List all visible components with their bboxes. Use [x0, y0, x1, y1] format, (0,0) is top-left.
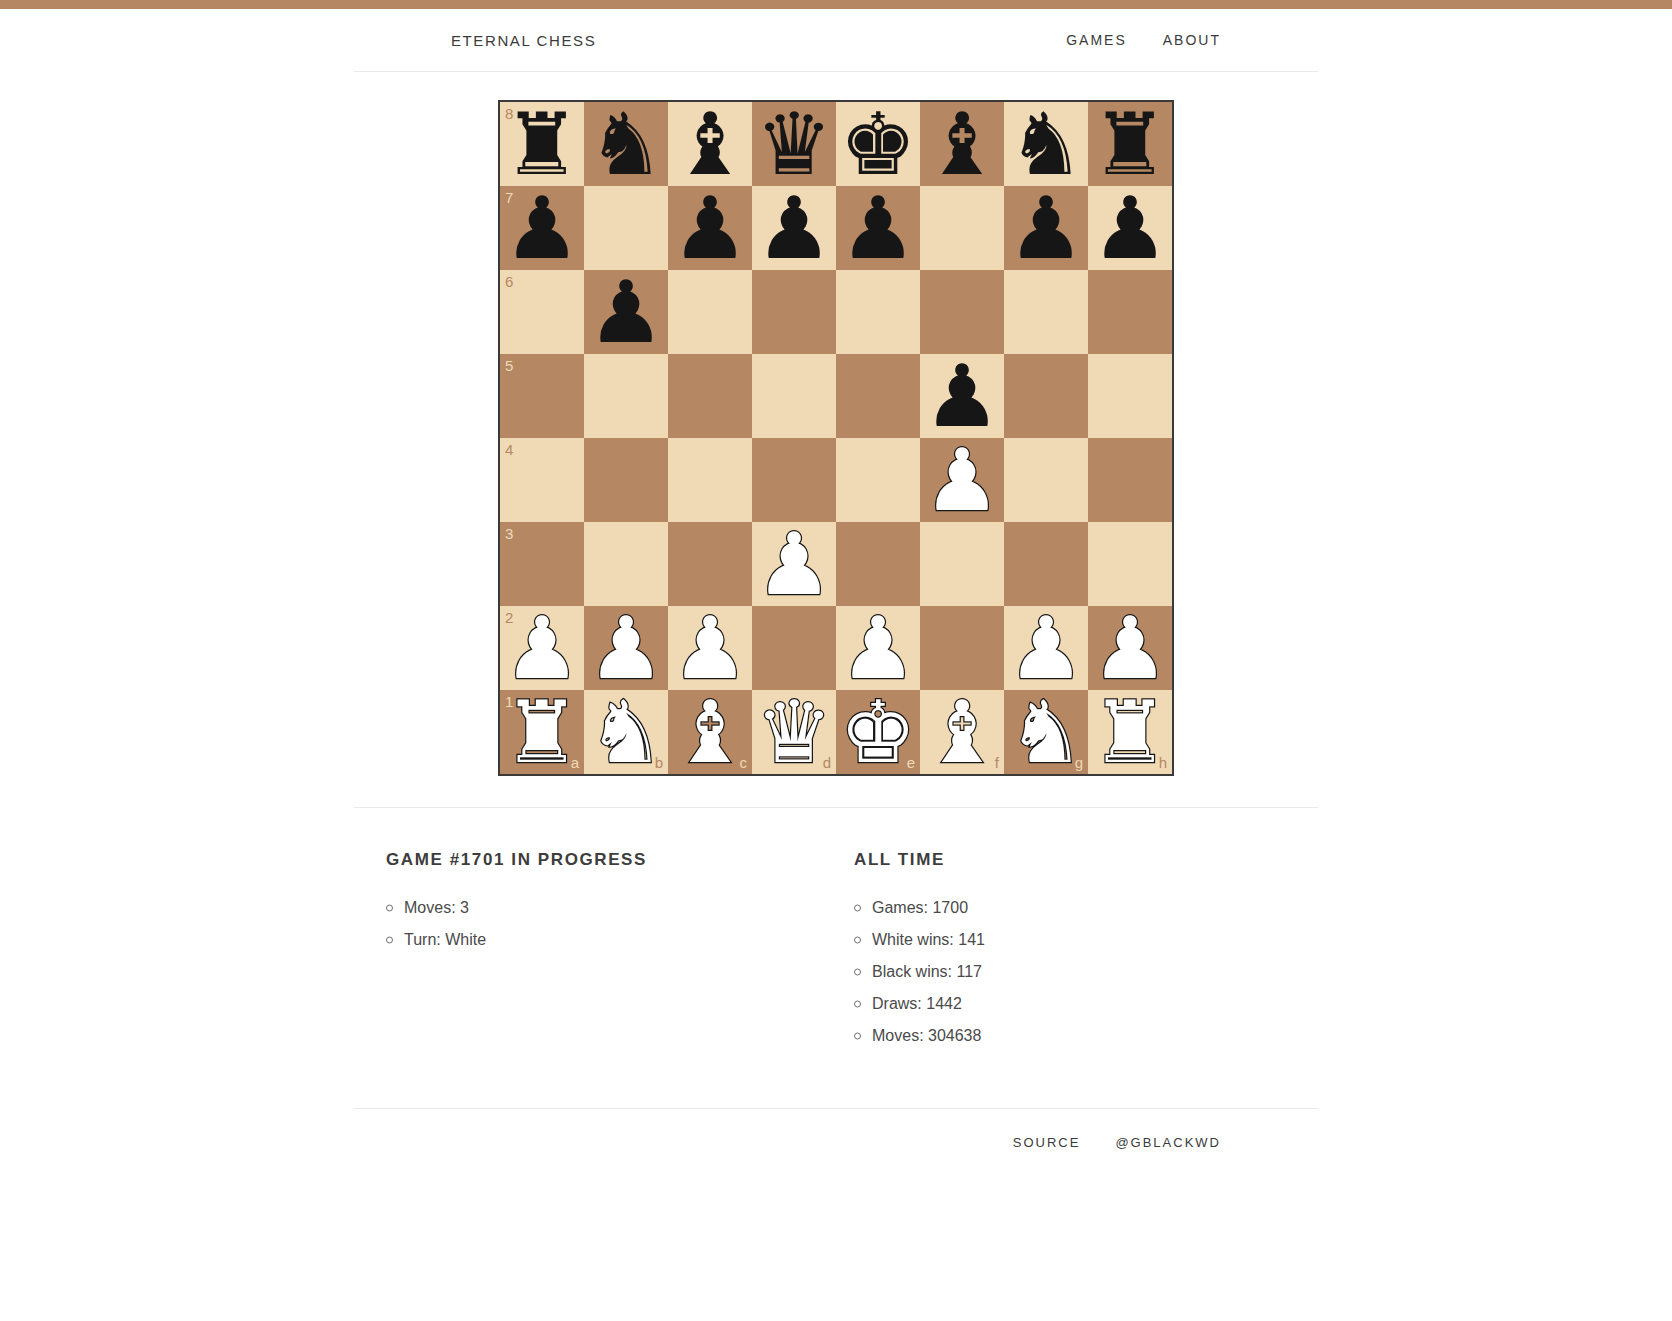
- square-a1: 1a♜: [500, 690, 584, 774]
- piece-black-pawn: ♟: [755, 185, 832, 271]
- piece-white-pawn: ♟: [587, 605, 664, 691]
- square-d1: d♛: [752, 690, 836, 774]
- square-b6: ♟: [584, 270, 668, 354]
- square-c7: ♟: [668, 186, 752, 270]
- square-h5: [1088, 354, 1172, 438]
- current-game-title: GAME #1701 IN PROGRESS: [386, 850, 836, 870]
- rank-label-1: 1: [505, 694, 513, 709]
- square-f3: [920, 522, 1004, 606]
- footer-link-gblackwd[interactable]: @GBLACKWD: [1115, 1135, 1221, 1150]
- piece-white-rook: ♜: [1091, 689, 1168, 775]
- list-item: Moves: 304638: [854, 1020, 1318, 1052]
- file-label-c: c: [740, 755, 748, 770]
- square-e7: ♟: [836, 186, 920, 270]
- top-accent-bar: [0, 0, 1672, 9]
- piece-white-bishop: ♝: [923, 689, 1000, 775]
- square-f4: ♟: [920, 438, 1004, 522]
- square-h3: [1088, 522, 1172, 606]
- all-time-title: ALL TIME: [854, 850, 1318, 870]
- piece-black-pawn: ♟: [1091, 185, 1168, 271]
- piece-white-pawn: ♟: [839, 605, 916, 691]
- square-c3: [668, 522, 752, 606]
- rank-label-3: 3: [505, 526, 513, 541]
- square-c1: c♝: [668, 690, 752, 774]
- piece-white-pawn: ♟: [503, 605, 580, 691]
- square-g7: ♟: [1004, 186, 1088, 270]
- square-e1: e♚: [836, 690, 920, 774]
- brand-link[interactable]: ETERNAL CHESS: [451, 32, 596, 49]
- square-g3: [1004, 522, 1088, 606]
- square-h8: ♜: [1088, 102, 1172, 186]
- piece-black-pawn: ♟: [923, 353, 1000, 439]
- all-time-panel: ALL TIME Games: 1700White wins: 141Black…: [836, 850, 1318, 1052]
- piece-white-pawn: ♟: [1091, 605, 1168, 691]
- piece-white-pawn: ♟: [671, 605, 748, 691]
- square-a2: 2♟: [500, 606, 584, 690]
- piece-white-pawn: ♟: [923, 437, 1000, 523]
- file-label-h: h: [1159, 755, 1167, 770]
- file-label-f: f: [995, 755, 999, 770]
- piece-black-pawn: ♟: [1007, 185, 1084, 271]
- square-d5: [752, 354, 836, 438]
- square-b3: [584, 522, 668, 606]
- site-footer: SOURCE @GBLACKWD: [354, 1109, 1318, 1150]
- square-f2: [920, 606, 1004, 690]
- piece-white-pawn: ♟: [1007, 605, 1084, 691]
- square-h7: ♟: [1088, 186, 1172, 270]
- square-a5: 5: [500, 354, 584, 438]
- piece-white-pawn: ♟: [755, 521, 832, 607]
- square-b7: [584, 186, 668, 270]
- square-f1: f♝: [920, 690, 1004, 774]
- square-a7: 7♟: [500, 186, 584, 270]
- piece-black-pawn: ♟: [503, 185, 580, 271]
- square-g2: ♟: [1004, 606, 1088, 690]
- footer-link-source[interactable]: SOURCE: [1013, 1135, 1081, 1150]
- square-f8: ♝: [920, 102, 1004, 186]
- file-label-d: d: [823, 755, 831, 770]
- square-e3: [836, 522, 920, 606]
- piece-black-knight: ♞: [1007, 101, 1084, 187]
- square-d2: [752, 606, 836, 690]
- list-item: Draws: 1442: [854, 988, 1318, 1020]
- square-c8: ♝: [668, 102, 752, 186]
- list-item: White wins: 141: [854, 924, 1318, 956]
- square-g8: ♞: [1004, 102, 1088, 186]
- square-b4: [584, 438, 668, 522]
- square-e5: [836, 354, 920, 438]
- nav-item-about[interactable]: ABOUT: [1163, 32, 1221, 48]
- square-g6: [1004, 270, 1088, 354]
- square-h4: [1088, 438, 1172, 522]
- piece-black-king: ♚: [839, 101, 916, 187]
- square-f5: ♟: [920, 354, 1004, 438]
- square-d3: ♟: [752, 522, 836, 606]
- square-b8: ♞: [584, 102, 668, 186]
- piece-white-rook: ♜: [503, 689, 580, 775]
- rank-label-8: 8: [505, 106, 513, 121]
- rank-label-6: 6: [505, 274, 513, 289]
- all-time-list: Games: 1700White wins: 141Black wins: 11…: [854, 892, 1318, 1052]
- square-d6: [752, 270, 836, 354]
- list-item: Games: 1700: [854, 892, 1318, 924]
- piece-black-rook: ♜: [503, 101, 580, 187]
- square-g4: [1004, 438, 1088, 522]
- list-item: Black wins: 117: [854, 956, 1318, 988]
- rank-label-2: 2: [505, 610, 513, 625]
- piece-black-bishop: ♝: [671, 101, 748, 187]
- board-section: 8♜♞♝♛♚♝♞♜7♟♟♟♟♟♟6♟5♟4♟3♟2♟♟♟♟♟♟1a♜b♞c♝d♛…: [354, 72, 1318, 807]
- square-e4: [836, 438, 920, 522]
- square-a4: 4: [500, 438, 584, 522]
- file-label-e: e: [907, 755, 915, 770]
- square-a8: 8♜: [500, 102, 584, 186]
- nav-item-games[interactable]: GAMES: [1066, 32, 1127, 48]
- square-e6: [836, 270, 920, 354]
- piece-white-queen: ♛: [755, 689, 832, 775]
- current-game-panel: GAME #1701 IN PROGRESS Moves: 3Turn: Whi…: [354, 850, 836, 1052]
- stats-section: GAME #1701 IN PROGRESS Moves: 3Turn: Whi…: [354, 808, 1318, 1108]
- square-f7: [920, 186, 1004, 270]
- square-h2: ♟: [1088, 606, 1172, 690]
- square-g1: g♞: [1004, 690, 1088, 774]
- piece-black-pawn: ♟: [839, 185, 916, 271]
- square-b5: [584, 354, 668, 438]
- piece-black-queen: ♛: [755, 101, 832, 187]
- square-e8: ♚: [836, 102, 920, 186]
- piece-black-bishop: ♝: [923, 101, 1000, 187]
- file-label-g: g: [1075, 755, 1083, 770]
- piece-black-pawn: ♟: [587, 269, 664, 355]
- square-d4: [752, 438, 836, 522]
- piece-black-rook: ♜: [1091, 101, 1168, 187]
- piece-black-pawn: ♟: [671, 185, 748, 271]
- square-g5: [1004, 354, 1088, 438]
- list-item: Turn: White: [386, 924, 836, 956]
- piece-white-bishop: ♝: [671, 689, 748, 775]
- rank-label-7: 7: [505, 190, 513, 205]
- list-item: Moves: 3: [386, 892, 836, 924]
- square-a3: 3: [500, 522, 584, 606]
- square-f6: [920, 270, 1004, 354]
- site-header: ETERNAL CHESS GAMES ABOUT: [354, 9, 1318, 71]
- square-c6: [668, 270, 752, 354]
- main-nav: GAMES ABOUT: [1066, 32, 1221, 48]
- square-a6: 6: [500, 270, 584, 354]
- rank-label-5: 5: [505, 358, 513, 373]
- square-d7: ♟: [752, 186, 836, 270]
- square-e2: ♟: [836, 606, 920, 690]
- square-h6: [1088, 270, 1172, 354]
- chess-board: 8♜♞♝♛♚♝♞♜7♟♟♟♟♟♟6♟5♟4♟3♟2♟♟♟♟♟♟1a♜b♞c♝d♛…: [498, 100, 1174, 776]
- square-c5: [668, 354, 752, 438]
- piece-black-knight: ♞: [587, 101, 664, 187]
- current-game-list: Moves: 3Turn: White: [386, 892, 836, 956]
- square-c4: [668, 438, 752, 522]
- square-b1: b♞: [584, 690, 668, 774]
- rank-label-4: 4: [505, 442, 513, 457]
- piece-white-king: ♚: [839, 689, 916, 775]
- file-label-a: a: [571, 755, 579, 770]
- file-label-b: b: [655, 755, 663, 770]
- square-d8: ♛: [752, 102, 836, 186]
- piece-white-knight: ♞: [1007, 689, 1084, 775]
- piece-white-knight: ♞: [587, 689, 664, 775]
- square-c2: ♟: [668, 606, 752, 690]
- square-h1: h♜: [1088, 690, 1172, 774]
- square-b2: ♟: [584, 606, 668, 690]
